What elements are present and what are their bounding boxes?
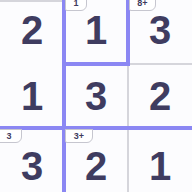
- cell-value: 3: [85, 74, 107, 119]
- cell-r1c0[interactable]: 1: [0, 64, 64, 128]
- cell-r1c2[interactable]: 2: [128, 64, 192, 128]
- cage-clue-8plus: 8+: [129, 0, 156, 11]
- cage-clue-1: 1: [65, 0, 87, 11]
- cell-value: 2: [149, 74, 171, 119]
- cell-value: 2: [21, 8, 43, 53]
- cell-value: 1: [21, 74, 43, 119]
- cell-r1c1[interactable]: 3: [64, 64, 128, 128]
- cell-border-h1-col0: [0, 0, 62, 2]
- cage-border-h1-mid: [62, 62, 130, 66]
- cage-border-v1-full: [62, 0, 66, 192]
- cell-border-h1-col2: [130, 63, 192, 65]
- cell-r2c2[interactable]: 1: [128, 128, 192, 192]
- cell-value: 1: [149, 144, 171, 189]
- cage-border-h2-full: [0, 126, 192, 130]
- cell-value: 1: [85, 8, 107, 53]
- cage-clue-3plus: 3+: [65, 129, 93, 143]
- cell-r0c0[interactable]: 2: [0, 0, 64, 64]
- cell-value: 2: [85, 144, 107, 189]
- puzzle-board: 2 1 3 1 3 2 3 2 1 1 8+ 3 3+: [0, 0, 192, 192]
- puzzle-grid: 2 1 3 1 3 2 3 2 1: [0, 0, 192, 192]
- cell-value: 3: [149, 8, 171, 53]
- cage-clue-3: 3: [0, 129, 22, 143]
- cell-value: 3: [21, 144, 43, 189]
